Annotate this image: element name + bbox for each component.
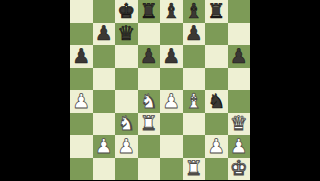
piece-black-pawn[interactable]: ♟ bbox=[140, 46, 158, 66]
square-a6[interactable]: ♟ bbox=[70, 45, 93, 68]
square-f1[interactable]: ♜ bbox=[183, 158, 206, 181]
square-f4[interactable]: ♝ bbox=[183, 90, 206, 113]
square-d7[interactable] bbox=[138, 23, 161, 46]
square-c7[interactable]: ♛ bbox=[115, 23, 138, 46]
square-h7[interactable] bbox=[228, 23, 251, 46]
square-g3[interactable] bbox=[205, 113, 228, 136]
square-f5[interactable] bbox=[183, 68, 206, 91]
piece-white-bishop[interactable]: ♝ bbox=[185, 91, 203, 111]
piece-white-pawn[interactable]: ♟ bbox=[117, 136, 135, 156]
square-b8[interactable] bbox=[93, 0, 116, 23]
square-a1[interactable] bbox=[70, 158, 93, 181]
square-h1[interactable]: ♚ bbox=[228, 158, 251, 181]
square-c6[interactable] bbox=[115, 45, 138, 68]
piece-black-queen[interactable]: ♛ bbox=[117, 23, 135, 43]
square-g7[interactable] bbox=[205, 23, 228, 46]
piece-black-pawn[interactable]: ♟ bbox=[72, 46, 90, 66]
square-h8[interactable] bbox=[228, 0, 251, 23]
square-d2[interactable] bbox=[138, 135, 161, 158]
square-g1[interactable] bbox=[205, 158, 228, 181]
app-window: ♚♜♝♝♜♟♛♟♟♟♟♟♟♞♟♝♞♞♜♛♟♟♟♟♜♚ bbox=[0, 0, 320, 180]
square-e3[interactable] bbox=[160, 113, 183, 136]
square-f7[interactable]: ♟ bbox=[183, 23, 206, 46]
square-b5[interactable] bbox=[93, 68, 116, 91]
piece-black-bishop[interactable]: ♝ bbox=[162, 1, 180, 21]
square-f2[interactable] bbox=[183, 135, 206, 158]
piece-white-knight[interactable]: ♞ bbox=[117, 113, 135, 133]
square-g8[interactable]: ♜ bbox=[205, 0, 228, 23]
piece-black-king[interactable]: ♚ bbox=[117, 1, 135, 21]
square-f6[interactable] bbox=[183, 45, 206, 68]
piece-white-king[interactable]: ♚ bbox=[230, 158, 248, 178]
chess-board[interactable]: ♚♜♝♝♜♟♛♟♟♟♟♟♟♞♟♝♞♞♜♛♟♟♟♟♜♚ bbox=[70, 0, 250, 180]
piece-white-knight[interactable]: ♞ bbox=[140, 91, 158, 111]
square-c1[interactable] bbox=[115, 158, 138, 181]
piece-black-pawn[interactable]: ♟ bbox=[95, 23, 113, 43]
piece-white-pawn[interactable]: ♟ bbox=[72, 91, 90, 111]
square-f3[interactable] bbox=[183, 113, 206, 136]
square-d4[interactable]: ♞ bbox=[138, 90, 161, 113]
square-e8[interactable]: ♝ bbox=[160, 0, 183, 23]
piece-white-rook[interactable]: ♜ bbox=[140, 113, 158, 133]
square-c8[interactable]: ♚ bbox=[115, 0, 138, 23]
square-h5[interactable] bbox=[228, 68, 251, 91]
square-h3[interactable]: ♛ bbox=[228, 113, 251, 136]
square-d3[interactable]: ♜ bbox=[138, 113, 161, 136]
square-a4[interactable]: ♟ bbox=[70, 90, 93, 113]
square-b1[interactable] bbox=[93, 158, 116, 181]
square-c3[interactable]: ♞ bbox=[115, 113, 138, 136]
square-g4[interactable]: ♞ bbox=[205, 90, 228, 113]
square-f8[interactable]: ♝ bbox=[183, 0, 206, 23]
letterbox-right bbox=[250, 0, 320, 180]
square-a7[interactable] bbox=[70, 23, 93, 46]
square-h6[interactable]: ♟ bbox=[228, 45, 251, 68]
square-b6[interactable] bbox=[93, 45, 116, 68]
square-g2[interactable]: ♟ bbox=[205, 135, 228, 158]
square-b3[interactable] bbox=[93, 113, 116, 136]
square-b7[interactable]: ♟ bbox=[93, 23, 116, 46]
piece-black-rook[interactable]: ♜ bbox=[207, 1, 225, 21]
square-e5[interactable] bbox=[160, 68, 183, 91]
piece-white-pawn[interactable]: ♟ bbox=[95, 136, 113, 156]
square-b4[interactable] bbox=[93, 90, 116, 113]
square-c2[interactable]: ♟ bbox=[115, 135, 138, 158]
piece-black-pawn[interactable]: ♟ bbox=[185, 23, 203, 43]
square-e4[interactable]: ♟ bbox=[160, 90, 183, 113]
piece-black-rook[interactable]: ♜ bbox=[140, 1, 158, 21]
letterbox-left bbox=[0, 0, 70, 180]
square-a8[interactable] bbox=[70, 0, 93, 23]
square-g6[interactable] bbox=[205, 45, 228, 68]
square-b2[interactable]: ♟ bbox=[93, 135, 116, 158]
piece-white-pawn[interactable]: ♟ bbox=[230, 136, 248, 156]
square-a3[interactable] bbox=[70, 113, 93, 136]
piece-white-rook[interactable]: ♜ bbox=[185, 158, 203, 178]
square-e1[interactable] bbox=[160, 158, 183, 181]
square-e6[interactable]: ♟ bbox=[160, 45, 183, 68]
square-a2[interactable] bbox=[70, 135, 93, 158]
square-d1[interactable] bbox=[138, 158, 161, 181]
square-h2[interactable]: ♟ bbox=[228, 135, 251, 158]
square-c4[interactable] bbox=[115, 90, 138, 113]
square-a5[interactable] bbox=[70, 68, 93, 91]
piece-black-bishop[interactable]: ♝ bbox=[185, 1, 203, 21]
piece-black-pawn[interactable]: ♟ bbox=[162, 46, 180, 66]
square-g5[interactable] bbox=[205, 68, 228, 91]
piece-black-pawn[interactable]: ♟ bbox=[230, 46, 248, 66]
square-d8[interactable]: ♜ bbox=[138, 0, 161, 23]
piece-white-pawn[interactable]: ♟ bbox=[162, 91, 180, 111]
piece-black-knight[interactable]: ♞ bbox=[207, 91, 225, 111]
square-d5[interactable] bbox=[138, 68, 161, 91]
piece-white-queen[interactable]: ♛ bbox=[230, 113, 248, 133]
square-e2[interactable] bbox=[160, 135, 183, 158]
square-c5[interactable] bbox=[115, 68, 138, 91]
square-h4[interactable] bbox=[228, 90, 251, 113]
piece-white-pawn[interactable]: ♟ bbox=[207, 136, 225, 156]
square-e7[interactable] bbox=[160, 23, 183, 46]
square-d6[interactable]: ♟ bbox=[138, 45, 161, 68]
